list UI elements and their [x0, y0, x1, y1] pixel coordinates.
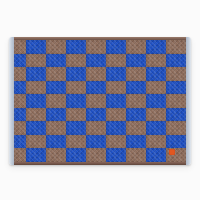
board-cell-r2c7 [146, 67, 166, 81]
board-cell-r4c1 [26, 94, 46, 108]
board-cell-r7c8 [166, 135, 186, 149]
board-cell-r6c2 [46, 121, 66, 135]
board-cell-r0c3 [66, 40, 86, 54]
board-cell-r3c2 [46, 81, 66, 95]
board-cell-r3c3 [66, 81, 86, 95]
board-cell-r1c3 [66, 54, 86, 68]
board-cell-r5c0 [14, 108, 26, 122]
board-cell-r2c3 [66, 67, 86, 81]
board-cell-r3c5 [106, 81, 126, 95]
product-photo [0, 0, 200, 200]
board-cell-r1c5 [106, 54, 126, 68]
board-cell-r6c0 [14, 121, 26, 135]
board-cell-r0c6 [126, 40, 146, 54]
board-cell-r6c3 [66, 121, 86, 135]
board-cell-r5c5 [106, 108, 126, 122]
board-cell-r3c7 [146, 81, 166, 95]
selvedge-right-edge [186, 37, 191, 165]
board-cell-r3c6 [126, 81, 146, 95]
board-cell-r0c1 [26, 40, 46, 54]
board-cell-r5c4 [86, 108, 106, 122]
board-cell-r0c0 [14, 40, 26, 54]
board-cell-r7c7 [146, 135, 166, 149]
board-cell-r1c1 [26, 54, 46, 68]
board-cell-r7c5 [106, 135, 126, 149]
board-cell-r3c1 [26, 81, 46, 95]
board-cell-r4c7 [146, 94, 166, 108]
towel-center [14, 37, 186, 165]
brand-tag [169, 149, 175, 155]
board-cell-r3c4 [86, 81, 106, 95]
board-cell-r1c0 [14, 54, 26, 68]
board-cell-r8c5 [106, 148, 126, 162]
board-cell-r6c7 [146, 121, 166, 135]
board-cell-r2c8 [166, 67, 186, 81]
board-cell-r2c4 [86, 67, 106, 81]
board-cell-r4c6 [126, 94, 146, 108]
board-cell-r8c2 [46, 148, 66, 162]
towel [9, 37, 191, 165]
board-cell-r8c3 [66, 148, 86, 162]
board-cell-r2c0 [14, 67, 26, 81]
board-cell-r7c1 [26, 135, 46, 149]
checkerboard [14, 40, 186, 162]
board-cell-r2c6 [126, 67, 146, 81]
board-cell-r0c5 [106, 40, 126, 54]
board-cell-r0c7 [146, 40, 166, 54]
board-cell-r0c8 [166, 40, 186, 54]
board-cell-r7c0 [14, 135, 26, 149]
board-cell-r5c2 [46, 108, 66, 122]
board-cell-r8c7 [146, 148, 166, 162]
board-cell-r8c4 [86, 148, 106, 162]
board-cell-r4c2 [46, 94, 66, 108]
board-cell-r8c0 [14, 148, 26, 162]
board-cell-r7c6 [126, 135, 146, 149]
board-cell-r6c4 [86, 121, 106, 135]
board-cell-r7c4 [86, 135, 106, 149]
board-cell-r7c3 [66, 135, 86, 149]
board-cell-r6c1 [26, 121, 46, 135]
board-cell-r2c1 [26, 67, 46, 81]
hem-bottom [14, 162, 186, 165]
board-cell-r2c2 [46, 67, 66, 81]
board-cell-r5c1 [26, 108, 46, 122]
board-cell-r6c6 [126, 121, 146, 135]
board-cell-r0c2 [46, 40, 66, 54]
board-cell-r4c3 [66, 94, 86, 108]
board-cell-r6c8 [166, 121, 186, 135]
board-cell-r4c0 [14, 94, 26, 108]
board-cell-r8c6 [126, 148, 146, 162]
board-cell-r0c4 [86, 40, 106, 54]
board-cell-r1c7 [146, 54, 166, 68]
board-cell-r5c3 [66, 108, 86, 122]
board-cell-r8c1 [26, 148, 46, 162]
board-cell-r5c6 [126, 108, 146, 122]
board-cell-r4c8 [166, 94, 186, 108]
board-cell-r3c0 [14, 81, 26, 95]
board-cell-r1c8 [166, 54, 186, 68]
board-cell-r5c8 [166, 108, 186, 122]
board-cell-r1c6 [126, 54, 146, 68]
board-cell-r4c5 [106, 94, 126, 108]
board-cell-r1c2 [46, 54, 66, 68]
board-cell-r4c4 [86, 94, 106, 108]
board-cell-r3c8 [166, 81, 186, 95]
board-cell-r6c5 [106, 121, 126, 135]
board-cell-r2c5 [106, 67, 126, 81]
board-cell-r1c4 [86, 54, 106, 68]
board-cell-r7c2 [46, 135, 66, 149]
board-cell-r5c7 [146, 108, 166, 122]
